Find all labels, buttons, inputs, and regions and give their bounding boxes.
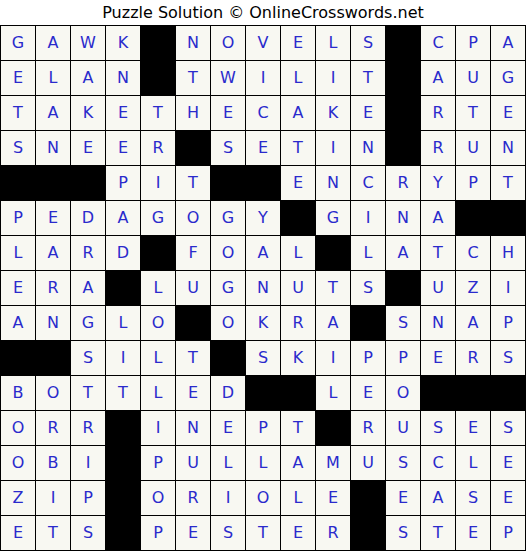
grid-cell: T xyxy=(491,166,525,200)
block-cell xyxy=(456,201,490,235)
grid-cell: E xyxy=(491,96,525,130)
grid-cell: T xyxy=(176,166,210,200)
grid-cell: T xyxy=(36,516,70,550)
grid-cell: R xyxy=(71,236,105,270)
grid-cell: E xyxy=(1,516,35,550)
grid-cell: S xyxy=(351,271,385,305)
grid-cell: U xyxy=(176,446,210,480)
block-cell xyxy=(211,166,245,200)
grid-cell: I xyxy=(316,341,350,375)
grid-cell: O xyxy=(1,411,35,445)
grid-cell: L xyxy=(456,446,490,480)
grid-cell: C xyxy=(421,26,455,60)
grid-cell: L xyxy=(316,376,350,410)
grid-cell: A xyxy=(491,26,525,60)
grid-cell: P xyxy=(141,516,175,550)
grid-cell: A xyxy=(421,201,455,235)
block-cell xyxy=(316,411,350,445)
block-cell xyxy=(386,26,420,60)
grid-cell: E xyxy=(456,516,490,550)
grid-cell: S xyxy=(421,411,455,445)
grid-cell: S xyxy=(386,306,420,340)
grid-cell: Z xyxy=(456,271,490,305)
block-cell xyxy=(386,96,420,130)
grid-cell: N xyxy=(176,411,210,445)
grid-cell: A xyxy=(246,236,280,270)
grid-cell: L xyxy=(351,236,385,270)
grid-cell: O xyxy=(36,376,70,410)
grid-cell: I xyxy=(36,481,70,515)
block-cell xyxy=(246,376,280,410)
grid-cell: R xyxy=(456,341,490,375)
grid-cell: O xyxy=(141,481,175,515)
block-cell xyxy=(106,516,140,550)
grid-cell: S xyxy=(456,481,490,515)
block-cell xyxy=(106,411,140,445)
grid-cell: N xyxy=(386,201,420,235)
grid-cell: A xyxy=(386,236,420,270)
grid-cell: E xyxy=(351,96,385,130)
block-cell xyxy=(456,376,490,410)
block-cell xyxy=(491,201,525,235)
grid-cell: G xyxy=(316,201,350,235)
grid-cell: I xyxy=(491,271,525,305)
grid-cell: S xyxy=(246,341,280,375)
grid-cell: P xyxy=(106,166,140,200)
grid-cell: L xyxy=(36,61,70,95)
grid-cell: O xyxy=(246,481,280,515)
grid-cell: E xyxy=(211,96,245,130)
grid-cell: B xyxy=(1,376,35,410)
block-cell xyxy=(1,341,35,375)
grid-cell: R xyxy=(281,306,315,340)
grid-cell: M xyxy=(316,446,350,480)
grid-cell: G xyxy=(1,26,35,60)
block-cell xyxy=(421,376,455,410)
grid-cell: R xyxy=(386,166,420,200)
grid-cell: F xyxy=(176,236,210,270)
grid-cell: G xyxy=(211,201,245,235)
grid-cell: N xyxy=(36,306,70,340)
grid-cell: I xyxy=(316,131,350,165)
block-cell xyxy=(71,166,105,200)
grid-cell: I xyxy=(106,341,140,375)
grid-cell: W xyxy=(211,61,245,95)
grid-cell: V xyxy=(246,26,280,60)
grid-cell: C xyxy=(351,166,385,200)
grid-cell: D xyxy=(71,201,105,235)
grid-cell: T xyxy=(421,516,455,550)
grid-cell: S xyxy=(351,26,385,60)
grid-cell: N xyxy=(246,271,280,305)
grid-cell: T xyxy=(281,131,315,165)
block-cell xyxy=(106,446,140,480)
grid-cell: O xyxy=(1,446,35,480)
grid-cell: T xyxy=(351,61,385,95)
block-cell xyxy=(106,481,140,515)
grid-cell: C xyxy=(421,446,455,480)
grid-cell: L xyxy=(1,236,35,270)
grid-cell: B xyxy=(36,446,70,480)
block-cell xyxy=(386,131,420,165)
grid-cell: E xyxy=(1,61,35,95)
grid-cell: A xyxy=(421,61,455,95)
block-cell xyxy=(176,306,210,340)
grid-cell: A xyxy=(1,306,35,340)
crossword-grid: GAWKNOVELSCPAELANTWILITAUGTAKETHECAKERTE… xyxy=(0,25,526,551)
grid-cell: U xyxy=(386,411,420,445)
grid-cell: C xyxy=(456,236,490,270)
block-cell xyxy=(106,271,140,305)
grid-cell: D xyxy=(211,376,245,410)
block-cell xyxy=(351,306,385,340)
grid-cell: G xyxy=(71,306,105,340)
grid-cell: H xyxy=(176,96,210,130)
grid-cell: A xyxy=(106,201,140,235)
grid-cell: N xyxy=(351,131,385,165)
block-cell xyxy=(36,341,70,375)
grid-cell: S xyxy=(71,341,105,375)
grid-cell: L xyxy=(281,481,315,515)
puzzle-title: Puzzle Solution © OnlineCrosswords.net xyxy=(0,0,526,25)
grid-cell: S xyxy=(211,516,245,550)
grid-cell: U xyxy=(281,271,315,305)
grid-cell: G xyxy=(141,201,175,235)
grid-cell: Y xyxy=(421,166,455,200)
grid-cell: P xyxy=(491,516,525,550)
grid-cell: E xyxy=(176,376,210,410)
grid-cell: L xyxy=(141,376,175,410)
grid-cell: K xyxy=(106,26,140,60)
grid-cell: E xyxy=(491,446,525,480)
grid-cell: E xyxy=(106,131,140,165)
grid-cell: A xyxy=(36,236,70,270)
grid-cell: I xyxy=(351,201,385,235)
grid-cell: E xyxy=(281,516,315,550)
grid-cell: N xyxy=(176,26,210,60)
grid-cell: K xyxy=(281,341,315,375)
block-cell xyxy=(281,201,315,235)
grid-cell: I xyxy=(246,61,280,95)
grid-cell: O xyxy=(141,306,175,340)
grid-cell: Y xyxy=(246,201,280,235)
grid-cell: E xyxy=(176,516,210,550)
grid-cell: R xyxy=(351,411,385,445)
grid-cell: S xyxy=(386,446,420,480)
grid-cell: S xyxy=(491,341,525,375)
grid-cell: S xyxy=(71,516,105,550)
grid-cell: A xyxy=(36,26,70,60)
grid-cell: E xyxy=(246,131,280,165)
grid-cell: O xyxy=(211,26,245,60)
grid-cell: N xyxy=(491,131,525,165)
grid-cell: S xyxy=(1,131,35,165)
grid-cell: T xyxy=(141,96,175,130)
grid-cell: W xyxy=(71,26,105,60)
grid-cell: A xyxy=(36,96,70,130)
grid-cell: U xyxy=(456,61,490,95)
grid-cell: P xyxy=(491,306,525,340)
block-cell xyxy=(316,236,350,270)
block-cell xyxy=(351,516,385,550)
block-cell xyxy=(36,166,70,200)
grid-cell: I xyxy=(316,61,350,95)
grid-cell: E xyxy=(491,481,525,515)
grid-cell: T xyxy=(1,96,35,130)
block-cell xyxy=(141,236,175,270)
grid-cell: L xyxy=(246,446,280,480)
block-cell xyxy=(1,166,35,200)
grid-cell: E xyxy=(316,481,350,515)
grid-cell: P xyxy=(141,446,175,480)
grid-cell: E xyxy=(36,201,70,235)
block-cell xyxy=(281,376,315,410)
crossword-solution-page: Puzzle Solution © OnlineCrosswords.net G… xyxy=(0,0,526,551)
grid-cell: P xyxy=(1,201,35,235)
grid-cell: P xyxy=(456,26,490,60)
grid-cell: P xyxy=(456,166,490,200)
grid-cell: A xyxy=(281,96,315,130)
grid-cell: A xyxy=(71,61,105,95)
grid-cell: I xyxy=(71,446,105,480)
grid-cell: P xyxy=(246,411,280,445)
grid-cell: C xyxy=(246,96,280,130)
grid-cell: N xyxy=(106,61,140,95)
grid-cell: A xyxy=(71,271,105,305)
grid-cell: K xyxy=(316,96,350,130)
grid-cell: U xyxy=(421,271,455,305)
grid-cell: R xyxy=(141,131,175,165)
grid-cell: A xyxy=(421,481,455,515)
grid-cell: E xyxy=(456,411,490,445)
block-cell xyxy=(176,131,210,165)
grid-cell: Z xyxy=(1,481,35,515)
block-cell xyxy=(386,271,420,305)
grid-cell: K xyxy=(246,306,280,340)
grid-cell: U xyxy=(176,271,210,305)
grid-cell: O xyxy=(176,201,210,235)
grid-cell: E xyxy=(1,271,35,305)
grid-cell: T xyxy=(71,376,105,410)
grid-cell: T xyxy=(176,61,210,95)
grid-cell: R xyxy=(176,481,210,515)
grid-cell: G xyxy=(211,271,245,305)
grid-cell: U xyxy=(456,131,490,165)
block-cell xyxy=(141,26,175,60)
grid-cell: R xyxy=(71,411,105,445)
grid-cell: E xyxy=(281,26,315,60)
grid-cell: E xyxy=(421,341,455,375)
grid-cell: E xyxy=(211,411,245,445)
grid-cell: N xyxy=(316,166,350,200)
grid-cell: U xyxy=(351,446,385,480)
block-cell xyxy=(211,341,245,375)
grid-cell: I xyxy=(141,166,175,200)
grid-cell: O xyxy=(211,236,245,270)
grid-cell: N xyxy=(421,306,455,340)
grid-cell: H xyxy=(491,236,525,270)
grid-cell: S xyxy=(491,411,525,445)
grid-cell: L xyxy=(281,236,315,270)
grid-cell: R xyxy=(36,411,70,445)
grid-cell: E xyxy=(351,376,385,410)
block-cell xyxy=(141,61,175,95)
grid-cell: N xyxy=(36,131,70,165)
grid-cell: R xyxy=(316,516,350,550)
grid-cell: L xyxy=(281,61,315,95)
grid-cell: S xyxy=(211,131,245,165)
grid-cell: L xyxy=(316,26,350,60)
grid-cell: A xyxy=(281,446,315,480)
grid-cell: E xyxy=(71,131,105,165)
grid-cell: I xyxy=(211,481,245,515)
grid-cell: S xyxy=(386,516,420,550)
grid-cell: T xyxy=(281,411,315,445)
grid-cell: E xyxy=(106,96,140,130)
grid-cell: O xyxy=(386,376,420,410)
block-cell xyxy=(246,166,280,200)
grid-cell: I xyxy=(141,411,175,445)
grid-cell: E xyxy=(281,166,315,200)
grid-cell: T xyxy=(421,236,455,270)
grid-cell: L xyxy=(141,271,175,305)
block-cell xyxy=(386,61,420,95)
grid-cell: P xyxy=(386,341,420,375)
grid-cell: E xyxy=(386,481,420,515)
grid-cell: R xyxy=(421,96,455,130)
grid-cell: A xyxy=(316,306,350,340)
grid-cell: L xyxy=(211,446,245,480)
grid-cell: A xyxy=(456,306,490,340)
grid-cell: L xyxy=(106,306,140,340)
grid-cell: T xyxy=(316,271,350,305)
grid-cell: R xyxy=(36,271,70,305)
grid-cell: G xyxy=(491,61,525,95)
grid-cell: L xyxy=(141,341,175,375)
grid-cell: T xyxy=(106,376,140,410)
grid-cell: D xyxy=(106,236,140,270)
grid-cell: P xyxy=(351,341,385,375)
grid-cell: O xyxy=(211,306,245,340)
block-cell xyxy=(491,376,525,410)
block-cell xyxy=(351,481,385,515)
grid-cell: T xyxy=(176,341,210,375)
grid-cell: T xyxy=(456,96,490,130)
grid-cell: P xyxy=(71,481,105,515)
grid-cell: K xyxy=(71,96,105,130)
grid-cell: R xyxy=(421,131,455,165)
grid-cell: T xyxy=(246,516,280,550)
